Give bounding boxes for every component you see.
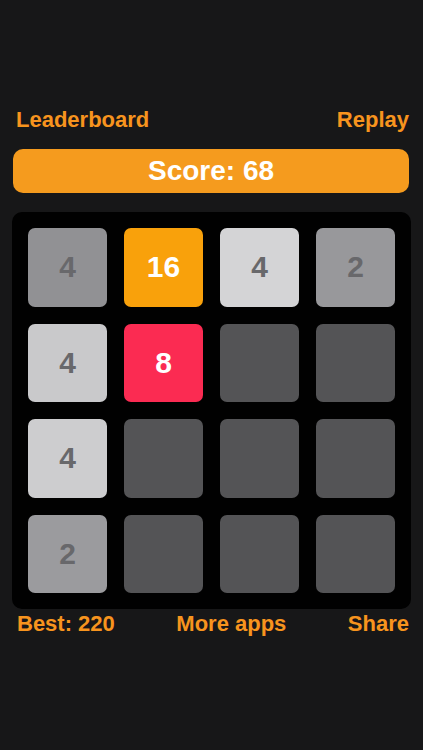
tile-4: 4 [28, 324, 107, 403]
tile-4: 4 [220, 228, 299, 307]
app-screen: Leaderboard Replay Score: 68 416424842 B… [0, 0, 423, 750]
empty-cell [316, 515, 395, 594]
bottom-bar: Best: 220 More apps Share [17, 611, 409, 637]
empty-cell [124, 419, 203, 498]
top-bar: Leaderboard Replay [16, 107, 409, 133]
replay-button[interactable]: Replay [337, 107, 409, 133]
tile-4: 4 [28, 228, 107, 307]
empty-cell [220, 324, 299, 403]
best-score-label: Best: 220 [17, 611, 115, 637]
game-board[interactable]: 416424842 [12, 212, 411, 609]
empty-cell [124, 515, 203, 594]
tile-8: 8 [124, 324, 203, 403]
more-apps-button[interactable]: More apps [176, 611, 286, 637]
empty-cell [316, 419, 395, 498]
tile-2: 2 [316, 228, 395, 307]
empty-cell [316, 324, 395, 403]
tile-16: 16 [124, 228, 203, 307]
leaderboard-button[interactable]: Leaderboard [16, 107, 149, 133]
tile-4: 4 [28, 419, 107, 498]
tile-2: 2 [28, 515, 107, 594]
empty-cell [220, 419, 299, 498]
share-button[interactable]: Share [348, 611, 409, 637]
score-banner: Score: 68 [13, 149, 409, 193]
empty-cell [220, 515, 299, 594]
